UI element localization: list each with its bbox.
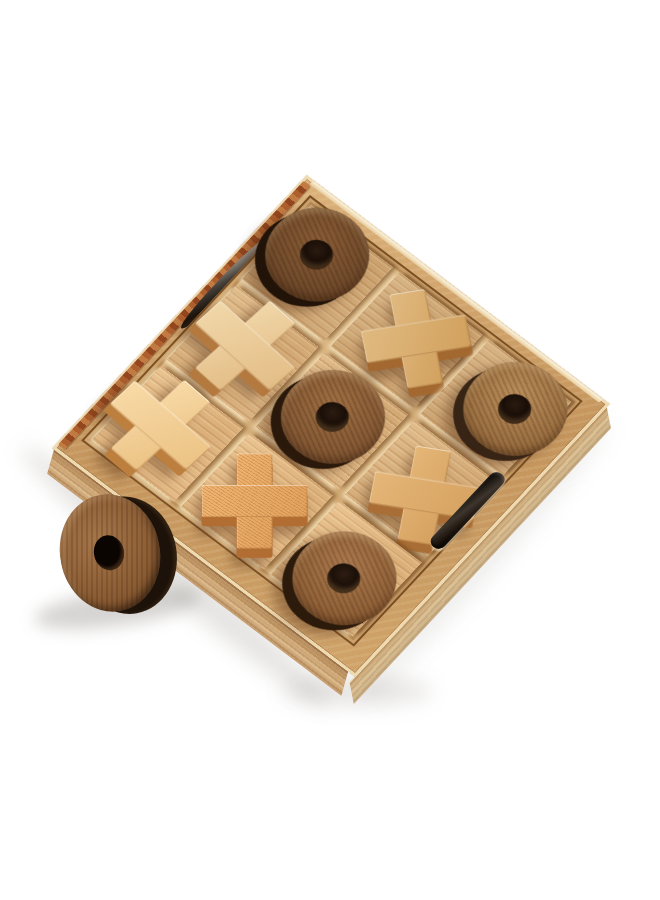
piece-x: [201, 454, 307, 549]
loose-o-piece: [51, 486, 170, 620]
x-face: [201, 485, 307, 517]
product-photo-scene: [0, 0, 660, 900]
board-cast-shadow-corner: [282, 676, 432, 706]
